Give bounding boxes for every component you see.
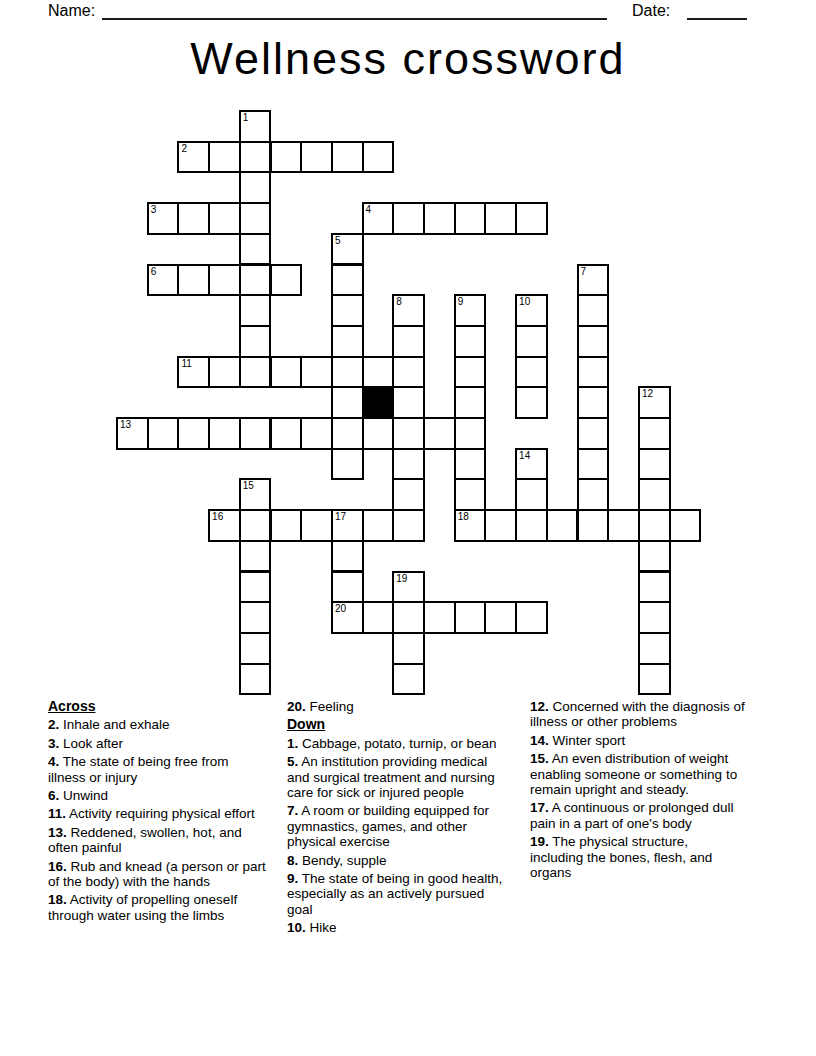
grid-cell[interactable] [208, 202, 241, 235]
grid-cell[interactable] [239, 632, 272, 665]
clue: 6. Unwind [48, 788, 266, 803]
clue-number-label: 1. [287, 736, 298, 751]
black-cell [362, 386, 395, 419]
clue: 9. The state of being in good health, es… [287, 871, 509, 917]
grid-cell[interactable] [270, 356, 303, 389]
clue: 16. Rub and knead (a person or part of t… [48, 859, 266, 890]
grid-cell[interactable] [515, 356, 548, 389]
clue: 13. Reddened, swollen, hot, and often pa… [48, 825, 266, 856]
clue: 20. Feeling [287, 699, 509, 714]
worksheet-page: { "game": "crossword", "title": "Wellnes… [0, 0, 816, 1056]
clue-number: 19 [396, 573, 407, 585]
grid-cell[interactable]: 5 [331, 233, 364, 266]
clue-number-label: 3. [48, 736, 59, 751]
clue-number-label: 16. [48, 859, 67, 874]
clue: 17. A continuous or prolonged dull pain … [530, 800, 745, 831]
grid-cell[interactable] [392, 478, 425, 511]
clue: 8. Bendy, supple [287, 853, 509, 868]
clue-text: Winter sport [549, 733, 626, 748]
clue-number: 11 [181, 358, 191, 370]
clue-number: 8 [396, 296, 402, 308]
clue-number-label: 11. [48, 806, 66, 821]
grid-cell[interactable] [300, 141, 333, 174]
grid-cell[interactable] [392, 325, 425, 358]
clue-column-down: 12. Concerned with the diagnosis of illn… [530, 699, 745, 880]
clue: 14. Winter sport [530, 733, 745, 748]
grid-cell[interactable]: 4 [362, 202, 395, 235]
name-blank-line[interactable] [102, 18, 607, 20]
grid-cell[interactable] [454, 601, 487, 634]
clue: 3. Look after [48, 736, 266, 751]
clue-number-label: 15. [530, 751, 549, 766]
grid-cell[interactable] [454, 386, 487, 419]
grid-cell[interactable] [454, 478, 487, 511]
grid-cell[interactable] [331, 264, 364, 297]
date-label: Date: [632, 1, 670, 20]
grid-cell[interactable]: 15 [239, 478, 272, 511]
grid-cell[interactable]: 2 [177, 141, 210, 174]
clue-text: Unwind [59, 788, 108, 803]
clue-text: A continuous or prolonged dull pain in a… [530, 800, 733, 830]
clue-number-label: 7. [287, 803, 298, 818]
clue-number-label: 9. [287, 871, 298, 886]
grid-cell[interactable] [239, 233, 272, 266]
grid-cell[interactable] [177, 202, 210, 235]
clue-number-label: 19. [530, 834, 549, 849]
grid-cell[interactable] [454, 448, 487, 481]
grid-cell[interactable] [392, 509, 425, 542]
clue-number: 2 [181, 143, 187, 155]
grid-cell[interactable] [484, 202, 517, 235]
clue-number-label: 6. [48, 788, 59, 803]
grid-cell[interactable] [638, 417, 671, 450]
grid-cell[interactable] [392, 632, 425, 665]
grid-cell[interactable] [208, 356, 241, 389]
grid-cell[interactable]: 3 [147, 202, 180, 235]
grid-cell[interactable]: 10 [515, 294, 548, 327]
grid-cell[interactable] [515, 202, 548, 235]
name-label: Name: [48, 1, 95, 20]
grid-cell[interactable] [239, 356, 272, 389]
grid-cell[interactable] [270, 417, 303, 450]
grid-cell[interactable] [331, 356, 364, 389]
clue-number: 15 [243, 480, 254, 492]
clue-number: 1 [243, 112, 249, 124]
grid-cell[interactable] [239, 264, 272, 297]
clue-text: Bendy, supple [298, 853, 386, 868]
grid-cell[interactable] [300, 356, 333, 389]
grid-cell[interactable] [300, 417, 333, 450]
date-blank-line[interactable] [687, 18, 747, 20]
grid-cell[interactable] [331, 417, 364, 450]
grid-cell[interactable] [638, 632, 671, 665]
clue-number: 16 [212, 511, 223, 523]
grid-cell[interactable] [638, 663, 671, 696]
grid-cell[interactable] [577, 509, 610, 542]
grid-cell[interactable] [638, 448, 671, 481]
clue-text: Look after [59, 736, 123, 751]
clue-text: Activity requiring physical effort [66, 806, 255, 821]
clue-number: 7 [581, 266, 587, 278]
grid-cell[interactable] [577, 478, 610, 511]
grid-cell[interactable] [208, 264, 241, 297]
grid-cell[interactable] [331, 448, 364, 481]
clue-text: Activity of propelling oneself through w… [48, 892, 237, 922]
clue: 12. Concerned with the diagnosis of illn… [530, 699, 745, 730]
clue-text: An institution providing medical and sur… [287, 754, 495, 800]
grid-cell[interactable] [239, 294, 272, 327]
clue-number: 17 [335, 511, 346, 523]
grid-cell[interactable]: 9 [454, 294, 487, 327]
grid-cell[interactable] [423, 417, 456, 450]
grid-cell[interactable]: 1 [239, 110, 272, 143]
clue: 10. Hike [287, 920, 509, 935]
clue-number-label: 10. [287, 920, 306, 935]
grid-cell[interactable] [331, 571, 364, 604]
clue: 2. Inhale and exhale [48, 717, 266, 732]
clue-number: 13 [120, 419, 131, 431]
grid-cell[interactable] [392, 202, 425, 235]
clue-text: Concerned with the diagnosis of illness … [530, 699, 745, 729]
clue: 15. An even distribution of weight enabl… [530, 751, 745, 797]
grid-cell[interactable] [362, 417, 395, 450]
grid-cell[interactable] [147, 417, 180, 450]
grid-cell[interactable] [577, 448, 610, 481]
grid-cell[interactable] [362, 141, 395, 174]
grid-cell[interactable]: 7 [577, 264, 610, 297]
grid-cell[interactable] [454, 356, 487, 389]
grid-cell[interactable] [638, 478, 671, 511]
grid-cell[interactable]: 16 [208, 509, 241, 542]
clue-number: 4 [366, 204, 372, 216]
grid-cell[interactable]: 19 [392, 571, 425, 604]
clue-number: 9 [458, 296, 464, 308]
clue-text: Inhale and exhale [59, 717, 169, 732]
grid-cell[interactable] [484, 601, 517, 634]
clue-number: 18 [458, 511, 469, 523]
grid-cell[interactable] [638, 509, 671, 542]
grid-cell[interactable] [392, 663, 425, 696]
grid-cell[interactable] [515, 386, 548, 419]
grid-cell[interactable] [669, 509, 702, 542]
clue-text: A room or building equipped for gymnasti… [287, 803, 489, 849]
clue-text: Rub and knead (a person or part of the b… [48, 859, 266, 889]
grid-cell[interactable] [362, 356, 395, 389]
clue-text: An even distribution of weight enabling … [530, 751, 737, 797]
crossword-grid: 1234567891011121314151617181920 [117, 111, 701, 695]
clue-number-label: 20. [287, 699, 306, 714]
clue-number: 12 [642, 388, 653, 400]
grid-cell[interactable]: 17 [331, 509, 364, 542]
clue: 19. The physical structure, including th… [530, 834, 745, 880]
grid-cell[interactable] [515, 601, 548, 634]
clue-number-label: 5. [287, 754, 298, 769]
grid-cell[interactable] [454, 325, 487, 358]
grid-cell[interactable]: 20 [331, 601, 364, 634]
grid-cell[interactable] [177, 264, 210, 297]
clue-number: 14 [519, 450, 530, 462]
grid-cell[interactable] [270, 264, 303, 297]
grid-cell[interactable] [362, 509, 395, 542]
grid-cell[interactable] [454, 202, 487, 235]
clue: 1. Cabbage, potato, turnip, or bean [287, 736, 509, 751]
clue-text: Hike [306, 920, 337, 935]
grid-cell[interactable] [392, 417, 425, 450]
clue-number-label: 8. [287, 853, 298, 868]
clue-list-header: Down [287, 717, 509, 732]
grid-cell[interactable]: 13 [116, 417, 149, 450]
clue-number-label: 14. [530, 733, 549, 748]
clue: 4. The state of being free from illness … [48, 754, 266, 785]
grid-cell[interactable] [208, 417, 241, 450]
grid-cell[interactable] [423, 601, 456, 634]
clue-number: 3 [151, 204, 157, 216]
grid-cell[interactable] [392, 386, 425, 419]
grid-cell[interactable] [331, 325, 364, 358]
grid-cell[interactable] [331, 386, 364, 419]
grid-cell[interactable]: 8 [392, 294, 425, 327]
clue-number-label: 12. [530, 699, 549, 714]
grid-cell[interactable]: 18 [454, 509, 487, 542]
grid-cell[interactable] [577, 417, 610, 450]
grid-cell[interactable] [239, 325, 272, 358]
grid-cell[interactable]: 14 [515, 448, 548, 481]
clue-number-label: 18. [48, 892, 67, 907]
clue-list-header: Across [48, 699, 266, 714]
clue-column-middle: 20. FeelingDown1. Cabbage, potato, turni… [287, 699, 509, 936]
clue: 11. Activity requiring physical effort [48, 806, 266, 821]
grid-cell[interactable] [577, 356, 610, 389]
page-title: Wellness crossword [0, 31, 816, 87]
grid-cell[interactable] [607, 509, 640, 542]
clue-text: The state of being free from illness or … [48, 754, 229, 784]
grid-cell[interactable] [392, 601, 425, 634]
clue-column-across: Across2. Inhale and exhale3. Look after4… [48, 699, 266, 923]
grid-cell[interactable] [515, 509, 548, 542]
grid-cell[interactable] [638, 540, 671, 573]
grid-cell[interactable] [638, 571, 671, 604]
grid-cell[interactable] [239, 417, 272, 450]
grid-cell[interactable]: 11 [177, 356, 210, 389]
grid-cell[interactable] [392, 448, 425, 481]
grid-cell[interactable] [270, 141, 303, 174]
grid-cell[interactable] [239, 202, 272, 235]
grid-cell[interactable] [331, 540, 364, 573]
grid-cell[interactable] [239, 141, 272, 174]
grid-cell[interactable] [577, 294, 610, 327]
grid-cell[interactable] [177, 417, 210, 450]
grid-cell[interactable] [331, 141, 364, 174]
grid-cell[interactable] [239, 601, 272, 634]
clue-number-label: 4. [48, 754, 59, 769]
clue-text: Reddened, swollen, hot, and often painfu… [48, 825, 242, 855]
clue: 18. Activity of propelling oneself throu… [48, 892, 266, 923]
grid-cell[interactable] [239, 571, 272, 604]
clue-number-label: 13. [48, 825, 67, 840]
grid-cell[interactable] [577, 386, 610, 419]
grid-cell[interactable] [546, 509, 579, 542]
grid-cell[interactable] [362, 601, 395, 634]
grid-cell[interactable] [484, 509, 517, 542]
grid-cell[interactable]: 12 [638, 386, 671, 419]
clue-number: 20 [335, 603, 346, 615]
clue-number-label: 17. [530, 800, 549, 815]
grid-cell[interactable] [577, 325, 610, 358]
clue: 7. A room or building equipped for gymna… [287, 803, 509, 849]
grid-cell[interactable] [331, 294, 364, 327]
clue-text: Cabbage, potato, turnip, or bean [298, 736, 496, 751]
grid-cell[interactable] [270, 509, 303, 542]
grid-cell[interactable] [392, 356, 425, 389]
grid-cell[interactable] [208, 141, 241, 174]
grid-cell[interactable] [239, 540, 272, 573]
clue-text: The physical structure, including the bo… [530, 834, 712, 880]
grid-cell[interactable] [239, 663, 272, 696]
grid-cell[interactable]: 6 [147, 264, 180, 297]
clue-number: 6 [151, 266, 157, 278]
clue-number: 10 [519, 296, 530, 308]
grid-cell[interactable] [239, 171, 272, 204]
clue-number-label: 2. [48, 717, 59, 732]
grid-cell[interactable] [300, 509, 333, 542]
grid-cell[interactable] [515, 478, 548, 511]
clue-text: Feeling [306, 699, 354, 714]
clue: 5. An institution providing medical and … [287, 754, 509, 800]
grid-cell[interactable] [638, 601, 671, 634]
grid-cell[interactable] [515, 325, 548, 358]
grid-cell[interactable] [454, 417, 487, 450]
grid-cell[interactable] [239, 509, 272, 542]
grid-cell[interactable] [423, 202, 456, 235]
clue-text: The state of being in good health, espec… [287, 871, 502, 917]
clue-number: 5 [335, 235, 341, 247]
